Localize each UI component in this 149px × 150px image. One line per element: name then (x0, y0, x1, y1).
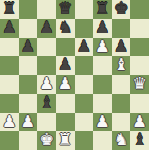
black-rook-a8[interactable]: ♜ (2, 1, 17, 18)
square-e3[interactable] (75, 94, 94, 113)
square-d8[interactable]: ♛ (56, 0, 75, 19)
square-b8[interactable] (19, 0, 38, 19)
white-knight-g1[interactable]: ♞ (114, 132, 129, 149)
black-pawn-f7[interactable]: ♟ (95, 19, 110, 36)
chess-board: ♜♛♜♚♟♟♞♟♟♟♟♟♟♝♟♟♛♝♟♟♟♟♚♜♞♝ (0, 0, 149, 150)
white-pawn-f2[interactable]: ♟ (95, 113, 110, 130)
square-c8[interactable] (37, 0, 56, 19)
square-a5[interactable] (0, 56, 19, 75)
white-king-c1[interactable]: ♚ (39, 132, 54, 149)
square-g5[interactable]: ♝ (112, 56, 131, 75)
square-c1[interactable]: ♚ (37, 131, 56, 150)
white-pawn-f6[interactable]: ♟ (95, 38, 110, 55)
square-f7[interactable]: ♟ (93, 19, 112, 38)
square-a3[interactable] (0, 94, 19, 113)
black-knight-d7[interactable]: ♞ (58, 19, 73, 36)
black-pawn-d5[interactable]: ♟ (58, 57, 73, 74)
square-f6[interactable]: ♟ (93, 38, 112, 57)
square-d7[interactable]: ♞ (56, 19, 75, 38)
square-c4[interactable]: ♟ (37, 75, 56, 94)
square-d1[interactable]: ♜ (56, 131, 75, 150)
square-d3[interactable] (56, 94, 75, 113)
black-queen-d8[interactable]: ♛ (58, 1, 73, 18)
square-b3[interactable] (19, 94, 38, 113)
white-queen-h4[interactable]: ♛ (132, 76, 147, 93)
square-g2[interactable] (112, 113, 131, 132)
square-h7[interactable] (130, 19, 149, 38)
square-d6[interactable] (56, 38, 75, 57)
square-b1[interactable] (19, 131, 38, 150)
white-pawn-b2[interactable]: ♟ (21, 113, 36, 130)
square-g3[interactable] (112, 94, 131, 113)
square-d5[interactable]: ♟ (56, 56, 75, 75)
white-pawn-h2[interactable]: ♟ (132, 113, 147, 130)
black-pawn-e6[interactable]: ♟ (76, 38, 91, 55)
square-a4[interactable] (0, 75, 19, 94)
black-pawn-b6[interactable]: ♟ (21, 38, 36, 55)
square-g8[interactable]: ♚ (112, 0, 131, 19)
square-g7[interactable] (112, 19, 131, 38)
square-f8[interactable]: ♜ (93, 0, 112, 19)
square-a8[interactable]: ♜ (0, 0, 19, 19)
black-pawn-g6[interactable]: ♟ (114, 38, 129, 55)
square-b5[interactable] (19, 56, 38, 75)
black-bishop-h1[interactable]: ♝ (132, 132, 147, 149)
square-c2[interactable] (37, 113, 56, 132)
square-h6[interactable] (130, 38, 149, 57)
square-h4[interactable]: ♛ (130, 75, 149, 94)
square-g4[interactable] (112, 75, 131, 94)
square-g6[interactable]: ♟ (112, 38, 131, 57)
square-e4[interactable] (75, 75, 94, 94)
square-b7[interactable] (19, 19, 38, 38)
white-pawn-c4[interactable]: ♟ (39, 76, 54, 93)
square-c7[interactable]: ♟ (37, 19, 56, 38)
square-h8[interactable] (130, 0, 149, 19)
square-a1[interactable] (0, 131, 19, 150)
square-b6[interactable]: ♟ (19, 38, 38, 57)
square-h1[interactable]: ♝ (130, 131, 149, 150)
square-a6[interactable] (0, 38, 19, 57)
white-bishop-g5[interactable]: ♝ (114, 57, 129, 74)
black-pawn-c7[interactable]: ♟ (39, 19, 54, 36)
square-f4[interactable] (93, 75, 112, 94)
white-pawn-d4[interactable]: ♟ (58, 76, 73, 93)
square-e1[interactable] (75, 131, 94, 150)
square-b2[interactable]: ♟ (19, 113, 38, 132)
square-e8[interactable] (75, 0, 94, 19)
square-a2[interactable]: ♟ (0, 113, 19, 132)
square-e6[interactable]: ♟ (75, 38, 94, 57)
square-f1[interactable] (93, 131, 112, 150)
square-c5[interactable] (37, 56, 56, 75)
square-f3[interactable] (93, 94, 112, 113)
square-h2[interactable]: ♟ (130, 113, 149, 132)
square-e5[interactable] (75, 56, 94, 75)
square-d2[interactable] (56, 113, 75, 132)
square-e7[interactable] (75, 19, 94, 38)
black-pawn-a7[interactable]: ♟ (2, 19, 17, 36)
square-d4[interactable]: ♟ (56, 75, 75, 94)
square-c6[interactable] (37, 38, 56, 57)
square-h3[interactable] (130, 94, 149, 113)
square-g1[interactable]: ♞ (112, 131, 131, 150)
square-a7[interactable]: ♟ (0, 19, 19, 38)
square-f5[interactable] (93, 56, 112, 75)
square-e2[interactable] (75, 113, 94, 132)
white-rook-d1[interactable]: ♜ (58, 132, 73, 149)
black-bishop-c3[interactable]: ♝ (39, 94, 54, 111)
white-pawn-a2[interactable]: ♟ (2, 113, 17, 130)
black-king-g8[interactable]: ♚ (114, 1, 129, 18)
square-c3[interactable]: ♝ (37, 94, 56, 113)
black-rook-f8[interactable]: ♜ (95, 1, 110, 18)
square-f2[interactable]: ♟ (93, 113, 112, 132)
square-h5[interactable] (130, 56, 149, 75)
square-b4[interactable] (19, 75, 38, 94)
